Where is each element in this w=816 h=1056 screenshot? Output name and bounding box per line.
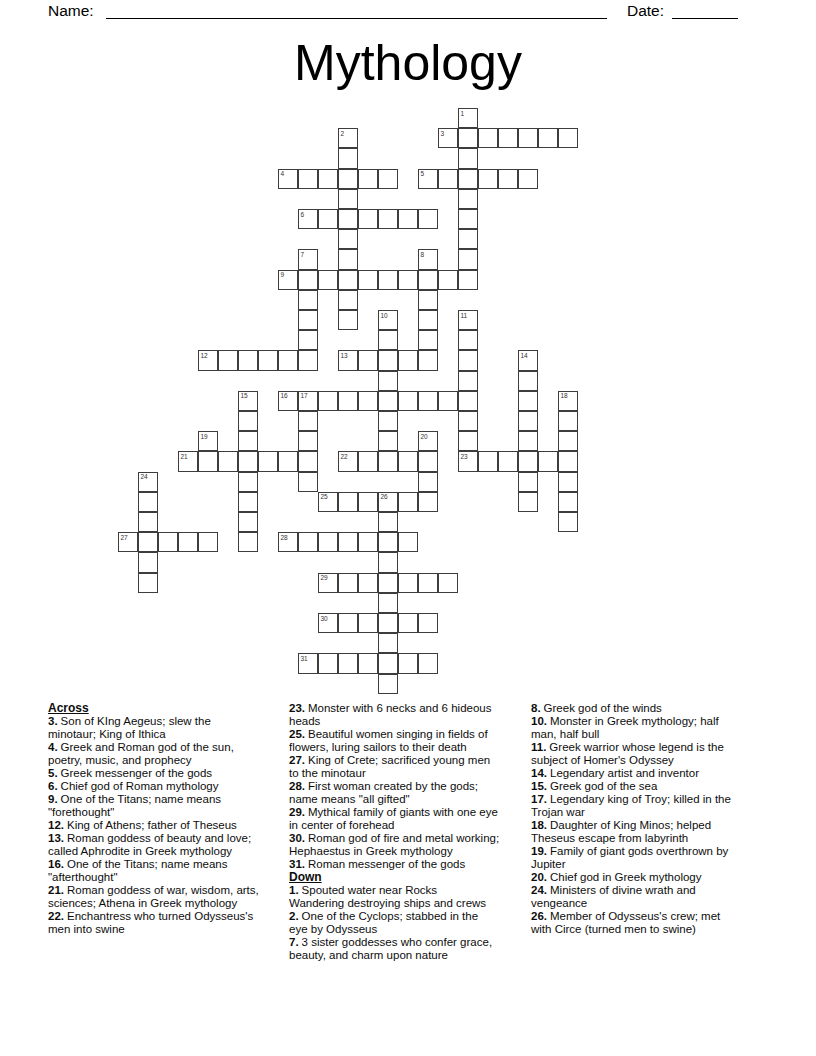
grid-cell[interactable] (518, 169, 538, 189)
grid-cell[interactable] (538, 451, 558, 471)
clue-across-21: 21.Roman goddess of war, wisdom, arts, s… (48, 884, 286, 910)
grid-cell[interactable] (238, 431, 258, 451)
grid-cell[interactable] (418, 391, 438, 411)
grid-cell[interactable] (378, 653, 398, 673)
grid-cell[interactable] (338, 229, 358, 249)
cell-number: 21 (181, 453, 188, 460)
grid-cell[interactable] (378, 371, 398, 391)
grid-cell[interactable] (478, 128, 498, 148)
grid-cell[interactable]: 3 (438, 128, 458, 148)
clue-down-11: 11.Greek warrior whose legend is the sub… (531, 741, 769, 767)
clue-number: 13. (48, 832, 64, 844)
clue-across-3: 3.Son of KIng Aegeus; slew the minotaur;… (48, 715, 286, 741)
grid-cell[interactable] (338, 391, 358, 411)
grid-cell[interactable] (278, 451, 298, 471)
clue-text: Roman goddess of war, wisdom, arts, scie… (48, 884, 259, 909)
grid-cell[interactable] (518, 371, 538, 391)
grid-cell[interactable] (478, 169, 498, 189)
clue-text: Greek god of the winds (544, 702, 662, 714)
clue-number: 30. (289, 832, 305, 844)
grid-cell[interactable]: 6 (298, 209, 318, 229)
grid-cell[interactable] (438, 169, 458, 189)
grid-cell[interactable] (238, 512, 258, 532)
grid-cell[interactable] (338, 310, 358, 330)
grid-cell[interactable] (418, 330, 438, 350)
clue-down-10: 10.Monster in Greek mythology; half man,… (531, 715, 769, 741)
clue-text: Beautiful women singing in fields of flo… (289, 728, 488, 753)
clue-across-5: 5.Greek messenger of the gods (48, 767, 286, 780)
grid-cell[interactable] (238, 451, 258, 471)
grid-cell[interactable]: 24 (138, 472, 158, 492)
cell-number: 10 (381, 312, 388, 319)
grid-cell[interactable] (498, 169, 518, 189)
grid-cell[interactable]: 15 (238, 391, 258, 411)
clue-number: 28. (289, 780, 305, 792)
cell-number: 29 (321, 574, 328, 581)
grid-cell[interactable] (298, 330, 318, 350)
grid-cell[interactable] (338, 148, 358, 168)
cell-number: 3 (441, 130, 444, 137)
grid-cell[interactable] (298, 270, 318, 290)
clue-down-24: 24.Ministers of divine wrath and vengean… (531, 884, 769, 910)
grid-cell[interactable] (358, 209, 378, 229)
clue-text: Family of giant gods overthrown by Jupit… (531, 845, 728, 870)
grid-cell[interactable] (378, 391, 398, 411)
grid-cell[interactable] (358, 451, 378, 471)
name-label: Name: (48, 2, 94, 20)
clue-text: Legendary king of Troy; killed in the Tr… (531, 793, 731, 818)
clue-number: 25. (289, 728, 305, 740)
clue-across-27: 27.King of Crete; sacrificed young men t… (289, 754, 527, 780)
grid-cell[interactable] (318, 169, 338, 189)
cell-number: 30 (321, 615, 328, 622)
grid-cell[interactable] (558, 512, 578, 532)
clue-number: 18. (531, 819, 547, 831)
grid-cell[interactable] (518, 128, 538, 148)
clue-number: 6. (48, 780, 58, 792)
grid-cell[interactable]: 10 (378, 310, 398, 330)
grid-cell[interactable] (518, 472, 538, 492)
clue-down-1: 1.Spouted water near Rocks Wandering des… (289, 884, 527, 910)
grid-cell[interactable] (278, 350, 298, 370)
grid-cell[interactable] (418, 270, 438, 290)
cell-number: 25 (321, 493, 328, 500)
grid-cell[interactable] (378, 633, 398, 653)
clue-text: Monster in Greek mythology; half man, ha… (531, 715, 719, 740)
grid-cell[interactable] (418, 209, 438, 229)
grid-cell[interactable] (338, 613, 358, 633)
grid-cell[interactable] (318, 209, 338, 229)
grid-cell[interactable] (358, 350, 378, 370)
grid-cell[interactable]: 9 (278, 270, 298, 290)
clue-across-23: 23.Monster with 6 necks and 6 hideous he… (289, 702, 527, 728)
grid-cell[interactable] (498, 128, 518, 148)
clue-across-29: 29.Mythical family of giants with one ey… (289, 806, 527, 832)
clue-number: 21. (48, 884, 64, 896)
grid-cell[interactable] (358, 492, 378, 512)
grid-cell[interactable]: 29 (318, 573, 338, 593)
grid-cell[interactable]: 12 (198, 350, 218, 370)
grid-cell[interactable] (558, 128, 578, 148)
grid-cell[interactable] (338, 249, 358, 269)
clue-number: 19. (531, 845, 547, 857)
grid-cell[interactable] (558, 451, 578, 471)
grid-cell[interactable]: 13 (338, 350, 358, 370)
clue-across-30: 30.Roman god of fire and metal working; … (289, 832, 527, 858)
grid-cell[interactable] (398, 613, 418, 633)
grid-cell[interactable] (338, 209, 358, 229)
grid-cell[interactable]: 7 (298, 249, 318, 269)
grid-cell[interactable] (418, 653, 438, 673)
grid-cell[interactable] (458, 229, 478, 249)
grid-cell[interactable] (398, 492, 418, 512)
grid-cell[interactable]: 19 (198, 431, 218, 451)
grid-cell[interactable] (258, 350, 278, 370)
clue-down-2: 2.One of the Cyclops; stabbed in the eye… (289, 910, 527, 936)
grid-cell[interactable] (458, 391, 478, 411)
grid-cell[interactable] (458, 411, 478, 431)
grid-cell[interactable]: 30 (318, 613, 338, 633)
grid-cell[interactable] (478, 451, 498, 471)
grid-cell[interactable] (238, 472, 258, 492)
name-blank-line[interactable] (106, 18, 607, 19)
grid-cell[interactable] (298, 169, 318, 189)
grid-cell[interactable] (378, 573, 398, 593)
grid-cell[interactable] (418, 451, 438, 471)
grid-cell[interactable]: 4 (278, 169, 298, 189)
grid-cell[interactable] (378, 169, 398, 189)
grid-cell[interactable] (458, 148, 478, 168)
grid-cell[interactable] (338, 492, 358, 512)
grid-cell[interactable] (518, 431, 538, 451)
grid-cell[interactable] (378, 330, 398, 350)
cell-number: 8 (421, 251, 424, 258)
clue-number: 15. (531, 780, 547, 792)
grid-cell[interactable] (458, 249, 478, 269)
clue-number: 23. (289, 702, 305, 714)
grid-cell[interactable]: 8 (418, 249, 438, 269)
grid-cell[interactable]: 21 (178, 451, 198, 471)
grid-cell[interactable]: 23 (458, 451, 478, 471)
grid-cell[interactable] (298, 532, 318, 552)
clue-text: First woman created by the gods; name me… (289, 780, 478, 805)
clue-across-22: 22.Enchantress who turned Odysseus's men… (48, 910, 286, 936)
grid-cell[interactable] (318, 270, 338, 290)
cell-number: 20 (421, 433, 428, 440)
clue-down-26: 26.Member of Odysseus's crew; met with C… (531, 910, 769, 936)
grid-cell[interactable] (418, 290, 438, 310)
grid-cell[interactable] (338, 189, 358, 209)
grid-cell[interactable] (538, 128, 558, 148)
clue-text: One of the Titans; name means "afterthou… (48, 858, 227, 883)
grid-cell[interactable] (398, 451, 418, 471)
clue-text: Member of Odysseus's crew; met with Circ… (531, 910, 720, 935)
cell-number: 18 (561, 392, 568, 399)
grid-cell[interactable] (458, 189, 478, 209)
grid-cell[interactable] (378, 512, 398, 532)
grid-cell[interactable] (458, 371, 478, 391)
clue-text: Greek and Roman god of the sun, poetry, … (48, 741, 234, 766)
grid-cell[interactable] (358, 169, 378, 189)
grid-cell[interactable] (138, 512, 158, 532)
grid-cell[interactable] (398, 653, 418, 673)
grid-cell[interactable]: 11 (458, 310, 478, 330)
grid-cell[interactable] (458, 169, 478, 189)
clue-column-3: 8.Greek god of the winds10.Monster in Gr… (531, 702, 769, 936)
clue-down-20: 20.Chief god in Greek mythology (531, 871, 769, 884)
grid-cell[interactable] (358, 532, 378, 552)
grid-cell[interactable] (238, 532, 258, 552)
cell-number: 17 (301, 392, 308, 399)
grid-cell[interactable] (438, 573, 458, 593)
grid-cell[interactable] (358, 573, 378, 593)
grid-cell[interactable] (358, 653, 378, 673)
clue-number: 12. (48, 819, 64, 831)
grid-cell[interactable] (378, 552, 398, 572)
grid-cell[interactable] (298, 451, 318, 471)
grid-cell[interactable] (418, 350, 438, 370)
grid-cell[interactable] (378, 532, 398, 552)
grid-cell[interactable] (418, 573, 438, 593)
cell-number: 13 (341, 352, 348, 359)
clue-number: 2. (289, 910, 299, 922)
clue-text: Ministers of divine wrath and vengeance (531, 884, 696, 909)
cell-number: 16 (281, 392, 288, 399)
grid-cell[interactable]: 14 (518, 350, 538, 370)
grid-cell[interactable] (558, 411, 578, 431)
clue-number: 22. (48, 910, 64, 922)
grid-cell[interactable] (338, 290, 358, 310)
grid-cell[interactable] (258, 451, 278, 471)
cell-number: 24 (141, 473, 148, 480)
grid-cell[interactable] (138, 552, 158, 572)
clue-number: 5. (48, 767, 58, 779)
clue-text: Monster with 6 necks and 6 hideous heads (289, 702, 491, 727)
grid-cell[interactable] (378, 209, 398, 229)
grid-cell[interactable] (318, 391, 338, 411)
grid-cell[interactable] (378, 350, 398, 370)
grid-cell[interactable] (458, 209, 478, 229)
grid-cell[interactable]: 26 (378, 492, 398, 512)
grid-cell[interactable] (398, 391, 418, 411)
cell-number: 31 (301, 655, 308, 662)
grid-cell[interactable] (418, 492, 438, 512)
cell-number: 23 (461, 453, 468, 460)
cell-number: 2 (341, 130, 344, 137)
grid-cell[interactable] (398, 270, 418, 290)
grid-cell[interactable] (338, 169, 358, 189)
grid-cell[interactable] (458, 270, 478, 290)
grid-cell[interactable]: 31 (298, 653, 318, 673)
grid-cell[interactable] (518, 451, 538, 471)
grid-cell[interactable] (338, 653, 358, 673)
grid-cell[interactable] (378, 451, 398, 471)
clue-number: 24. (531, 884, 547, 896)
grid-cell[interactable] (378, 593, 398, 613)
grid-cell[interactable] (558, 492, 578, 512)
clue-down-7: 7.3 sister goddesses who confer grace, b… (289, 936, 527, 962)
clue-text: Mythical family of giants with one eye i… (289, 806, 498, 831)
grid-cell[interactable] (178, 532, 198, 552)
clue-number: 29. (289, 806, 305, 818)
clue-number: 7. (289, 936, 299, 948)
grid-cell[interactable] (298, 350, 318, 370)
clue-number: 26. (531, 910, 547, 922)
grid-cell[interactable] (298, 411, 318, 431)
grid-cell[interactable] (518, 391, 538, 411)
clue-text: Chief god of Roman mythology (61, 780, 219, 792)
clue-number: 3. (48, 715, 58, 727)
clue-down-18: 18.Daughter of King Minos; helped Theseu… (531, 819, 769, 845)
cell-number: 12 (201, 352, 208, 359)
cell-number: 22 (341, 453, 348, 460)
clue-number: 27. (289, 754, 305, 766)
clue-text: Son of KIng Aegeus; slew the minotaur; K… (48, 715, 211, 740)
grid-cell[interactable] (338, 270, 358, 290)
grid-cell[interactable] (518, 411, 538, 431)
grid-cell[interactable]: 1 (458, 108, 478, 128)
grid-cell[interactable] (298, 431, 318, 451)
grid-cell[interactable] (558, 431, 578, 451)
cell-number: 1 (461, 110, 464, 117)
grid-cell[interactable] (358, 613, 378, 633)
grid-cell[interactable] (338, 532, 358, 552)
grid-cell[interactable]: 16 (278, 391, 298, 411)
clue-text: Enchantress who turned Odysseus's men in… (48, 910, 253, 935)
clue-number: 16. (48, 858, 64, 870)
grid-cell[interactable] (358, 391, 378, 411)
grid-cell[interactable] (338, 573, 358, 593)
clue-text: Roman god of fire and metal working; Hep… (289, 832, 499, 857)
clue-text: Greek messenger of the gods (61, 767, 213, 779)
clue-across-31: 31.Roman messenger of the gods (289, 858, 527, 871)
grid-cell[interactable] (398, 573, 418, 593)
cell-number: 27 (121, 534, 128, 541)
grid-cell[interactable] (378, 431, 398, 451)
cell-number: 7 (301, 251, 304, 258)
cell-number: 26 (381, 493, 388, 500)
grid-cell[interactable] (458, 330, 478, 350)
clue-down-8: 8.Greek god of the winds (531, 702, 769, 715)
grid-cell[interactable] (298, 472, 318, 492)
clue-across-25: 25.Beautiful women singing in fields of … (289, 728, 527, 754)
clue-number: 1. (289, 884, 299, 896)
grid-cell[interactable] (378, 613, 398, 633)
grid-cell[interactable] (238, 350, 258, 370)
cell-number: 15 (241, 392, 248, 399)
grid-cell[interactable] (138, 492, 158, 512)
grid-cell[interactable] (558, 472, 578, 492)
grid-cell[interactable]: 2 (338, 128, 358, 148)
clue-across-12: 12.King of Athens; father of Theseus (48, 819, 286, 832)
grid-cell[interactable] (138, 573, 158, 593)
puzzle-title: Mythology (0, 36, 816, 91)
grid-cell[interactable] (198, 451, 218, 471)
grid-cell[interactable]: 22 (338, 451, 358, 471)
across-header: Across (48, 702, 286, 715)
grid-cell[interactable] (378, 674, 398, 694)
clue-number: 4. (48, 741, 58, 753)
grid-cell[interactable] (378, 411, 398, 431)
grid-cell[interactable] (498, 451, 518, 471)
grid-cell[interactable] (398, 350, 418, 370)
cell-number: 14 (521, 352, 528, 359)
grid-cell[interactable]: 28 (278, 532, 298, 552)
grid-cell[interactable] (398, 532, 418, 552)
grid-cell[interactable] (518, 492, 538, 512)
clue-number: 11. (531, 741, 546, 753)
clue-text: One of the Titans; name means "forethoug… (48, 793, 221, 818)
cell-number: 9 (281, 271, 284, 278)
clue-text: Daughter of King Minos; helped Theseus e… (531, 819, 711, 844)
grid-cell[interactable] (438, 391, 458, 411)
clue-column-2: 23.Monster with 6 necks and 6 hideous he… (289, 702, 527, 962)
clue-across-16: 16.One of the Titans; name means "aftert… (48, 858, 286, 884)
clue-across-4: 4.Greek and Roman god of the sun, poetry… (48, 741, 286, 767)
grid-cell[interactable] (458, 350, 478, 370)
cell-number: 11 (461, 312, 467, 319)
grid-cell[interactable]: 27 (118, 532, 138, 552)
grid-cell[interactable] (358, 270, 378, 290)
clue-text: King of Athens; father of Theseus (67, 819, 237, 831)
grid-cell[interactable]: 20 (418, 431, 438, 451)
clue-text: Roman goddess of beauty and love; called… (48, 832, 251, 857)
clue-text: Roman messenger of the gods (308, 858, 465, 870)
grid-cell[interactable] (238, 492, 258, 512)
grid-cell[interactable] (298, 310, 318, 330)
clue-text: King of Crete; sacrificed young men to t… (289, 754, 490, 779)
grid-cell[interactable] (138, 532, 158, 552)
grid-cell[interactable] (458, 128, 478, 148)
grid-cell[interactable]: 18 (558, 391, 578, 411)
grid-cell[interactable] (158, 532, 178, 552)
grid-cell[interactable] (198, 532, 218, 552)
cell-number: 4 (281, 170, 284, 177)
clue-down-17: 17.Legendary king of Troy; killed in the… (531, 793, 769, 819)
grid-cell[interactable] (318, 532, 338, 552)
cell-number: 28 (281, 534, 288, 541)
grid-cell[interactable] (218, 350, 238, 370)
down-header: Down (289, 871, 527, 884)
grid-cell[interactable]: 25 (318, 492, 338, 512)
grid-cell[interactable] (238, 411, 258, 431)
grid-cell[interactable] (458, 431, 478, 451)
date-blank-line[interactable] (672, 18, 738, 19)
clue-text: Spouted water near Rocks Wandering destr… (289, 884, 486, 909)
clue-column-1: Across3.Son of KIng Aegeus; slew the min… (48, 702, 286, 936)
grid-cell[interactable] (378, 270, 398, 290)
grid-cell[interactable] (218, 451, 238, 471)
clue-text: Legendary artist and inventor (550, 767, 699, 779)
clue-across-9: 9.One of the Titans; name means "foretho… (48, 793, 286, 819)
clue-number: 8. (531, 702, 541, 714)
grid-cell[interactable] (418, 613, 438, 633)
clue-down-15: 15.Greek god of the sea (531, 780, 769, 793)
grid-cell[interactable] (318, 653, 338, 673)
grid-cell[interactable]: 17 (298, 391, 318, 411)
crossword-grid: 1234567891011121314151617181920212223242… (118, 108, 579, 695)
clue-down-19: 19.Family of giant gods overthrown by Ju… (531, 845, 769, 871)
grid-cell[interactable] (398, 209, 418, 229)
clue-number: 20. (531, 871, 547, 883)
grid-cell[interactable] (418, 472, 438, 492)
grid-cell[interactable] (298, 290, 318, 310)
grid-cell[interactable]: 5 (418, 169, 438, 189)
clue-text: One of the Cyclops; stabbed in the eye b… (289, 910, 478, 935)
clue-text: 3 sister goddesses who confer grace, bea… (289, 936, 492, 961)
grid-cell[interactable] (418, 310, 438, 330)
grid-cell[interactable] (438, 270, 458, 290)
